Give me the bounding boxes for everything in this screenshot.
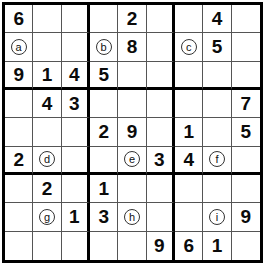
cell-r5c3[interactable] bbox=[62, 118, 90, 146]
circled-letter-i-icon: i bbox=[209, 209, 225, 225]
sudoku-board: 624ab8c5914543729152de34f21g13hi9961 bbox=[2, 2, 263, 263]
given-digit: 4 bbox=[183, 150, 194, 169]
circled-letter-d-icon: d bbox=[39, 151, 55, 167]
cell-r2c2[interactable] bbox=[33, 33, 61, 61]
cell-r3c4[interactable]: 5 bbox=[90, 62, 118, 90]
cell-r7c6[interactable] bbox=[147, 175, 175, 203]
given-digit: 4 bbox=[212, 9, 223, 28]
cell-r8c4[interactable]: 3 bbox=[90, 203, 118, 231]
given-digit: 9 bbox=[241, 207, 252, 226]
given-digit: 1 bbox=[212, 236, 223, 255]
cell-r6c6[interactable]: 3 bbox=[147, 147, 175, 175]
cell-r9c8[interactable]: 1 bbox=[203, 232, 231, 260]
cell-r8c7[interactable] bbox=[175, 203, 203, 231]
cell-r5c4[interactable]: 2 bbox=[90, 118, 118, 146]
cell-r2c4[interactable]: b bbox=[90, 33, 118, 61]
given-digit: 1 bbox=[69, 207, 80, 226]
cell-r7c4[interactable]: 1 bbox=[90, 175, 118, 203]
given-digit: 2 bbox=[13, 150, 24, 169]
given-digit: 5 bbox=[98, 65, 109, 84]
cell-r2c8[interactable]: 5 bbox=[203, 33, 231, 61]
cell-r5c8[interactable] bbox=[203, 118, 231, 146]
cell-r1c1[interactable]: 6 bbox=[5, 5, 33, 33]
cell-r3c9[interactable] bbox=[232, 62, 260, 90]
cell-r2c9[interactable] bbox=[232, 33, 260, 61]
given-digit: 4 bbox=[42, 94, 53, 113]
circled-letter-b-icon: b bbox=[96, 39, 112, 55]
cell-r3c6[interactable] bbox=[147, 62, 175, 90]
given-digit: 4 bbox=[69, 65, 80, 84]
given-digit: 3 bbox=[98, 207, 109, 226]
cell-r9c2[interactable] bbox=[33, 232, 61, 260]
given-digit: 9 bbox=[13, 65, 24, 84]
circled-letter-a-icon: a bbox=[11, 39, 27, 55]
cell-r1c4[interactable] bbox=[90, 5, 118, 33]
cell-r1c3[interactable] bbox=[62, 5, 90, 33]
cell-r8c6[interactable] bbox=[147, 203, 175, 231]
cell-r1c6[interactable] bbox=[147, 5, 175, 33]
given-digit: 1 bbox=[42, 65, 53, 84]
cell-r6c1[interactable]: 2 bbox=[5, 147, 33, 175]
cell-r5c7[interactable]: 1 bbox=[175, 118, 203, 146]
cell-r5c2[interactable] bbox=[33, 118, 61, 146]
cell-r3c2[interactable]: 1 bbox=[33, 62, 61, 90]
circled-letter-h-icon: h bbox=[124, 209, 140, 225]
given-digit: 9 bbox=[127, 122, 138, 141]
given-digit: 5 bbox=[212, 37, 223, 56]
given-digit: 2 bbox=[98, 122, 109, 141]
given-digit: 9 bbox=[154, 236, 165, 255]
cell-r4c3[interactable]: 3 bbox=[62, 90, 90, 118]
given-digit: 3 bbox=[69, 94, 80, 113]
circled-letter-c-icon: c bbox=[181, 39, 197, 55]
circled-letter-f-icon: f bbox=[209, 151, 225, 167]
cell-r8c3[interactable]: 1 bbox=[62, 203, 90, 231]
cell-r1c5[interactable]: 2 bbox=[118, 5, 146, 33]
cell-r2c5[interactable]: 8 bbox=[118, 33, 146, 61]
cell-r5c5[interactable]: 9 bbox=[118, 118, 146, 146]
cell-r8c5[interactable]: h bbox=[118, 203, 146, 231]
given-digit: 2 bbox=[42, 179, 53, 198]
cell-r3c3[interactable]: 4 bbox=[62, 62, 90, 90]
cell-r2c1[interactable]: a bbox=[5, 33, 33, 61]
cell-r7c3[interactable] bbox=[62, 175, 90, 203]
cell-r6c4[interactable] bbox=[90, 147, 118, 175]
cell-r6c5[interactable]: e bbox=[118, 147, 146, 175]
cell-r4c5[interactable] bbox=[118, 90, 146, 118]
cell-r9c9[interactable] bbox=[232, 232, 260, 260]
cell-r5c6[interactable] bbox=[147, 118, 175, 146]
given-digit: 1 bbox=[98, 179, 109, 198]
cell-r7c9[interactable] bbox=[232, 175, 260, 203]
cell-r9c6[interactable]: 9 bbox=[147, 232, 175, 260]
given-digit: 8 bbox=[127, 37, 138, 56]
given-digit: 7 bbox=[241, 94, 252, 113]
cell-r7c1[interactable] bbox=[5, 175, 33, 203]
cell-r2c3[interactable] bbox=[62, 33, 90, 61]
cell-r3c8[interactable] bbox=[203, 62, 231, 90]
cell-r5c9[interactable]: 5 bbox=[232, 118, 260, 146]
circled-letter-e-icon: e bbox=[124, 151, 140, 167]
cell-r6c9[interactable] bbox=[232, 147, 260, 175]
cell-r4c1[interactable] bbox=[5, 90, 33, 118]
cell-r3c5[interactable] bbox=[118, 62, 146, 90]
cell-r6c7[interactable]: 4 bbox=[175, 147, 203, 175]
cell-r6c8[interactable]: f bbox=[203, 147, 231, 175]
cell-r3c1[interactable]: 9 bbox=[5, 62, 33, 90]
cell-r4c8[interactable] bbox=[203, 90, 231, 118]
cell-r9c1[interactable] bbox=[5, 232, 33, 260]
cell-r9c4[interactable] bbox=[90, 232, 118, 260]
cell-r9c3[interactable] bbox=[62, 232, 90, 260]
cell-r3c7[interactable] bbox=[175, 62, 203, 90]
cell-r6c2[interactable]: d bbox=[33, 147, 61, 175]
cell-r4c7[interactable] bbox=[175, 90, 203, 118]
cell-r8c2[interactable]: g bbox=[33, 203, 61, 231]
cell-r1c7[interactable] bbox=[175, 5, 203, 33]
cell-r4c4[interactable] bbox=[90, 90, 118, 118]
cell-r7c5[interactable] bbox=[118, 175, 146, 203]
given-digit: 6 bbox=[183, 236, 194, 255]
cell-r7c2[interactable]: 2 bbox=[33, 175, 61, 203]
cell-r8c1[interactable] bbox=[5, 203, 33, 231]
cell-r9c7[interactable]: 6 bbox=[175, 232, 203, 260]
cell-r2c7[interactable]: c bbox=[175, 33, 203, 61]
cell-r7c8[interactable] bbox=[203, 175, 231, 203]
cell-r1c9[interactable] bbox=[232, 5, 260, 33]
circled-letter-g-icon: g bbox=[39, 209, 55, 225]
given-digit: 5 bbox=[241, 122, 252, 141]
cell-r1c8[interactable]: 4 bbox=[203, 5, 231, 33]
cell-r7c7[interactable] bbox=[175, 175, 203, 203]
cell-r8c8[interactable]: i bbox=[203, 203, 231, 231]
cell-r4c2[interactable]: 4 bbox=[33, 90, 61, 118]
given-digit: 1 bbox=[183, 122, 194, 141]
cell-r1c2[interactable] bbox=[33, 5, 61, 33]
cell-r5c1[interactable] bbox=[5, 118, 33, 146]
cell-r2c6[interactable] bbox=[147, 33, 175, 61]
given-digit: 6 bbox=[13, 9, 24, 28]
given-digit: 3 bbox=[154, 150, 165, 169]
cell-r6c3[interactable] bbox=[62, 147, 90, 175]
given-digit: 2 bbox=[127, 9, 138, 28]
cell-r4c9[interactable]: 7 bbox=[232, 90, 260, 118]
cell-r8c9[interactable]: 9 bbox=[232, 203, 260, 231]
cell-r4c6[interactable] bbox=[147, 90, 175, 118]
cell-r9c5[interactable] bbox=[118, 232, 146, 260]
